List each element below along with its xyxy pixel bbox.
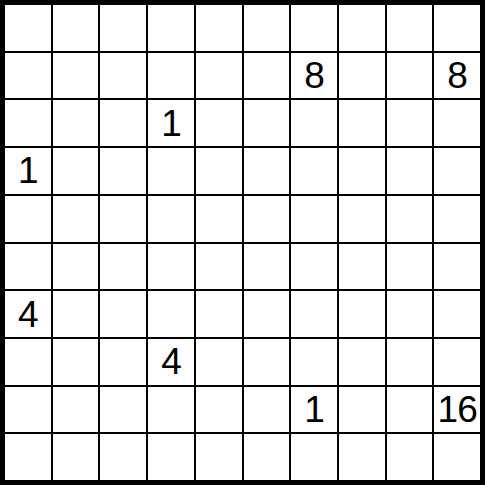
cell-r6c7[interactable] <box>291 244 337 290</box>
cell-r9c3[interactable] <box>100 387 146 433</box>
clue-cell-r9c7: 1 <box>291 387 337 433</box>
cell-r5c7[interactable] <box>291 196 337 242</box>
cell-r1c8[interactable] <box>339 5 385 51</box>
cell-r8c10[interactable] <box>434 339 480 385</box>
cell-r7c4[interactable] <box>148 291 194 337</box>
cell-r6c4[interactable] <box>148 244 194 290</box>
cell-r8c6[interactable] <box>244 339 290 385</box>
cell-r7c7[interactable] <box>291 291 337 337</box>
cell-r3c3[interactable] <box>100 100 146 146</box>
cell-r4c8[interactable] <box>339 148 385 194</box>
cell-r4c7[interactable] <box>291 148 337 194</box>
cell-r4c6[interactable] <box>244 148 290 194</box>
cell-r6c2[interactable] <box>53 244 99 290</box>
cell-r9c1[interactable] <box>5 387 51 433</box>
clue-cell-r3c4: 1 <box>148 100 194 146</box>
cell-r8c1[interactable] <box>5 339 51 385</box>
cell-r6c5[interactable] <box>196 244 242 290</box>
cell-r10c6[interactable] <box>244 434 290 480</box>
cell-r1c9[interactable] <box>387 5 433 51</box>
clue-cell-r8c4: 4 <box>148 339 194 385</box>
cell-r6c6[interactable] <box>244 244 290 290</box>
cell-r6c10[interactable] <box>434 244 480 290</box>
cell-r3c7[interactable] <box>291 100 337 146</box>
cell-r1c4[interactable] <box>148 5 194 51</box>
cell-r2c3[interactable] <box>100 53 146 99</box>
cell-r3c9[interactable] <box>387 100 433 146</box>
cell-r8c3[interactable] <box>100 339 146 385</box>
cell-r9c2[interactable] <box>53 387 99 433</box>
cell-r4c3[interactable] <box>100 148 146 194</box>
cell-r10c5[interactable] <box>196 434 242 480</box>
cell-r10c7[interactable] <box>291 434 337 480</box>
cell-r8c8[interactable] <box>339 339 385 385</box>
cell-r10c8[interactable] <box>339 434 385 480</box>
cell-r5c6[interactable] <box>244 196 290 242</box>
cell-r3c6[interactable] <box>244 100 290 146</box>
cell-r7c9[interactable] <box>387 291 433 337</box>
cell-r1c10[interactable] <box>434 5 480 51</box>
cell-r5c4[interactable] <box>148 196 194 242</box>
cell-r1c7[interactable] <box>291 5 337 51</box>
cell-r3c10[interactable] <box>434 100 480 146</box>
cell-r4c9[interactable] <box>387 148 433 194</box>
cell-r9c4[interactable] <box>148 387 194 433</box>
cell-r2c1[interactable] <box>5 53 51 99</box>
cell-r6c1[interactable] <box>5 244 51 290</box>
cell-r9c8[interactable] <box>339 387 385 433</box>
cell-r5c1[interactable] <box>5 196 51 242</box>
cell-r10c1[interactable] <box>5 434 51 480</box>
clue-cell-r4c1: 1 <box>5 148 51 194</box>
cell-r8c5[interactable] <box>196 339 242 385</box>
clue-cell-r7c1: 4 <box>5 291 51 337</box>
cell-r9c5[interactable] <box>196 387 242 433</box>
cell-r4c5[interactable] <box>196 148 242 194</box>
cell-r4c4[interactable] <box>148 148 194 194</box>
cell-r5c8[interactable] <box>339 196 385 242</box>
cell-r7c8[interactable] <box>339 291 385 337</box>
cell-r4c10[interactable] <box>434 148 480 194</box>
cell-r2c5[interactable] <box>196 53 242 99</box>
clue-cell-r2c7: 8 <box>291 53 337 99</box>
cell-r5c2[interactable] <box>53 196 99 242</box>
cell-r7c10[interactable] <box>434 291 480 337</box>
cell-r10c10[interactable] <box>434 434 480 480</box>
cell-r8c2[interactable] <box>53 339 99 385</box>
cell-r2c6[interactable] <box>244 53 290 99</box>
cell-r2c4[interactable] <box>148 53 194 99</box>
cell-r9c9[interactable] <box>387 387 433 433</box>
cell-r3c2[interactable] <box>53 100 99 146</box>
cell-r3c5[interactable] <box>196 100 242 146</box>
cell-r6c9[interactable] <box>387 244 433 290</box>
cell-r1c1[interactable] <box>5 5 51 51</box>
cell-r8c9[interactable] <box>387 339 433 385</box>
cell-r5c9[interactable] <box>387 196 433 242</box>
cell-r1c3[interactable] <box>100 5 146 51</box>
cell-r5c5[interactable] <box>196 196 242 242</box>
cell-r6c3[interactable] <box>100 244 146 290</box>
cell-r2c8[interactable] <box>339 53 385 99</box>
cell-r7c3[interactable] <box>100 291 146 337</box>
clue-cell-r2c10: 8 <box>434 53 480 99</box>
cell-r8c7[interactable] <box>291 339 337 385</box>
cell-r7c6[interactable] <box>244 291 290 337</box>
cell-r3c1[interactable] <box>5 100 51 146</box>
cell-r7c2[interactable] <box>53 291 99 337</box>
cell-r2c2[interactable] <box>53 53 99 99</box>
cell-r7c5[interactable] <box>196 291 242 337</box>
cell-r9c6[interactable] <box>244 387 290 433</box>
cell-r5c10[interactable] <box>434 196 480 242</box>
cell-r4c2[interactable] <box>53 148 99 194</box>
cell-r1c5[interactable] <box>196 5 242 51</box>
cell-r10c4[interactable] <box>148 434 194 480</box>
cell-r10c3[interactable] <box>100 434 146 480</box>
cell-r6c8[interactable] <box>339 244 385 290</box>
cell-r1c2[interactable] <box>53 5 99 51</box>
cell-r10c9[interactable] <box>387 434 433 480</box>
puzzle-board: 881144116 <box>0 0 485 485</box>
cell-r2c9[interactable] <box>387 53 433 99</box>
clue-cell-r9c10: 16 <box>434 387 480 433</box>
cell-r5c3[interactable] <box>100 196 146 242</box>
cell-r3c8[interactable] <box>339 100 385 146</box>
cell-r10c2[interactable] <box>53 434 99 480</box>
cell-r1c6[interactable] <box>244 5 290 51</box>
